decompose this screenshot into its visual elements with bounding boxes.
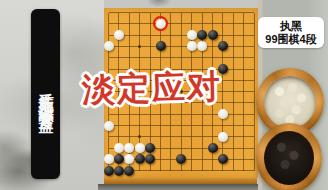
white-stone (218, 132, 228, 142)
white-stone (104, 121, 114, 131)
title-banner: 手筋死活训练营复盘 (31, 9, 60, 179)
black-stone (156, 41, 166, 51)
player-rank-label: 99围棋4段 (265, 33, 316, 46)
black-stone (145, 154, 155, 164)
board-grid-line (254, 13, 255, 171)
star-point (138, 45, 141, 48)
white-stone (124, 143, 134, 153)
white-stone (114, 30, 124, 40)
black-stones-in-bowl (264, 131, 314, 185)
white-stone (218, 109, 228, 119)
wall-smudge (147, 0, 171, 7)
last-move-marker (153, 16, 168, 31)
star-point (138, 135, 141, 138)
player-info-box: 执黑 99围棋4段 (258, 17, 324, 48)
caption-text: 淡定应对 (82, 68, 233, 109)
black-stone (114, 166, 124, 176)
go-board-shadow (98, 184, 262, 190)
black-stone (114, 154, 124, 164)
black-stone-bowl (256, 123, 322, 190)
black-stone (104, 166, 114, 176)
player-color-label: 执黑 (280, 20, 302, 33)
white-stone (187, 41, 197, 51)
white-stone (135, 143, 145, 153)
board-grid-line (243, 13, 244, 171)
black-stone (176, 154, 186, 164)
white-stone (187, 30, 197, 40)
white-stone (104, 41, 114, 51)
video-thumbnail: 手筋死活训练营复盘 淡定应对 执黑 99围棋4段 (0, 0, 328, 190)
black-stone (208, 30, 218, 40)
white-stone (197, 41, 207, 51)
white-stone (104, 154, 114, 164)
black-stone (208, 143, 218, 153)
black-stone (218, 41, 228, 51)
black-stone (124, 166, 134, 176)
black-stone (135, 154, 145, 164)
black-stone (197, 30, 207, 40)
white-stones-in-bowl (264, 76, 316, 128)
title-banner-text: 手筋死活训练营复盘 (36, 80, 55, 109)
black-stone (145, 143, 155, 153)
white-stone (114, 143, 124, 153)
black-stone (218, 154, 228, 164)
white-stone (124, 154, 134, 164)
